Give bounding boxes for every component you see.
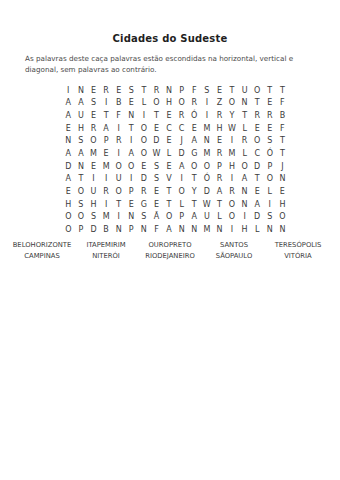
grid-cell: T <box>276 147 289 160</box>
grid-cell: Y <box>188 185 201 198</box>
grid-cell: N <box>264 223 277 236</box>
grid-cell: E <box>150 198 163 211</box>
grid-cell: E <box>188 122 201 135</box>
grid-cell: I <box>100 172 113 185</box>
grid-cell: U <box>112 172 125 185</box>
grid-cell: O <box>264 172 277 185</box>
grid-cell: U <box>87 185 100 198</box>
grid-cell: N <box>276 172 289 185</box>
grid-cell: N <box>276 223 289 236</box>
word-list-item: ITAPEMIRIM <box>74 241 138 249</box>
grid-cell: P <box>75 223 88 236</box>
grid-cell: O <box>62 210 75 223</box>
grid-cell: Ó <box>264 147 277 160</box>
grid-cell: O <box>238 160 251 173</box>
word-list-item: SANTOS <box>202 241 266 249</box>
grid-cell: T <box>125 122 138 135</box>
grid-cell: S <box>75 135 88 148</box>
grid-cell: I <box>62 84 75 97</box>
grid-cell: M <box>226 147 239 160</box>
grid-cell: R <box>100 185 113 198</box>
grid-cell: S <box>138 210 151 223</box>
grid-cell: D <box>251 160 264 173</box>
grid-cell: E <box>163 160 176 173</box>
word-list-item: BELOHORIZONTE <box>10 241 74 249</box>
grid-cell: O <box>163 210 176 223</box>
grid-cell: N <box>213 223 226 236</box>
grid-cell: H <box>62 198 75 211</box>
grid-cell: L <box>238 147 251 160</box>
grid-cell: M <box>201 147 214 160</box>
grid-cell: R <box>138 185 151 198</box>
grid-cell: W <box>226 122 239 135</box>
grid-cell: A <box>75 97 88 110</box>
grid-cell: P <box>175 84 188 97</box>
word-list-item: VITÓRIA <box>266 252 330 260</box>
grid-cell: A <box>62 97 75 110</box>
grid-cell: L <box>175 198 188 211</box>
grid-cell: W <box>150 147 163 160</box>
grid-cell: R <box>213 147 226 160</box>
grid-cell: O <box>138 135 151 148</box>
grid-cell: S <box>264 210 277 223</box>
grid-cell: W <box>201 198 214 211</box>
grid-cell: O <box>150 97 163 110</box>
grid-cell: D <box>251 210 264 223</box>
grid-cell: E <box>264 122 277 135</box>
grid-cell: O <box>75 210 88 223</box>
grid-cell: M <box>201 122 214 135</box>
grid-cell: Ã <box>150 210 163 223</box>
page-title: Cidades do Sudeste <box>0 0 340 44</box>
grid-cell: P <box>213 160 226 173</box>
grid-cell: H <box>213 122 226 135</box>
grid-cell: T <box>251 172 264 185</box>
grid-cell: I <box>201 97 214 110</box>
grid-cell: D <box>138 172 151 185</box>
grid-cell: D <box>175 147 188 160</box>
grid-cell: P <box>125 185 138 198</box>
grid-cell: S <box>201 84 214 97</box>
grid-cell: P <box>264 160 277 173</box>
grid-cell: T <box>163 198 176 211</box>
grid-cell: Ó <box>188 109 201 122</box>
grid-cell: O <box>112 185 125 198</box>
grid-cell: G <box>138 198 151 211</box>
grid-cell: D <box>62 160 75 173</box>
grid-cell: O <box>201 160 214 173</box>
grid-cell: Y <box>226 109 239 122</box>
grid-cell: R <box>238 135 251 148</box>
grid-cell: S <box>75 198 88 211</box>
grid-cell: T <box>188 198 201 211</box>
grid-cell: N <box>75 84 88 97</box>
grid-cell: M <box>87 147 100 160</box>
grid-cell: P <box>125 223 138 236</box>
grid-cell: A <box>62 172 75 185</box>
grid-cell: E <box>213 135 226 148</box>
grid-cell: R <box>100 84 113 97</box>
grid-cell: T <box>163 185 176 198</box>
grid-cell: V <box>163 172 176 185</box>
grid-cell: E <box>251 185 264 198</box>
grid-cell: I <box>138 109 151 122</box>
grid-cell: E <box>62 185 75 198</box>
grid-cell: R <box>213 172 226 185</box>
grid-cell: I <box>112 147 125 160</box>
grid-cell: T <box>100 109 113 122</box>
grid-cell: A <box>100 122 113 135</box>
grid-cell: R <box>251 109 264 122</box>
grid-cell: I <box>175 172 188 185</box>
word-list-item: TERESÓPOLIS <box>266 241 330 249</box>
grid-cell: T <box>276 135 289 148</box>
grid-cell: R <box>213 109 226 122</box>
grid-cell: B <box>100 223 113 236</box>
grid-cell: I <box>238 210 251 223</box>
grid-cell: A <box>238 172 251 185</box>
grid-cell: P <box>175 210 188 223</box>
word-list-item: RIODEJANEIRO <box>138 252 202 260</box>
grid-cell: A <box>188 135 201 148</box>
grid-cell: O <box>226 97 239 110</box>
grid-cell: E <box>87 160 100 173</box>
grid-cell: O <box>188 160 201 173</box>
grid-cell: I <box>125 135 138 148</box>
grid-cell: E <box>100 147 113 160</box>
grid-cell: E <box>62 122 75 135</box>
grid-cell: H <box>238 223 251 236</box>
grid-cell: L <box>264 185 277 198</box>
grid-cell: T <box>264 84 277 97</box>
grid-cell: I <box>112 122 125 135</box>
worksheet-page: Cidades do Sudeste As palavras deste caç… <box>0 0 340 480</box>
grid-cell: M <box>100 210 113 223</box>
grid-cell: E <box>264 97 277 110</box>
grid-cell: I <box>112 210 125 223</box>
grid-cell: N <box>188 223 201 236</box>
grid-cell: C <box>163 122 176 135</box>
grid-cell: E <box>163 109 176 122</box>
grid-cell: O <box>87 135 100 148</box>
grid-cell: D <box>87 223 100 236</box>
grid-cell: L <box>238 122 251 135</box>
word-list-item: OUROPRETO <box>138 241 202 249</box>
grid-cell: A <box>62 109 75 122</box>
grid-cell: O <box>175 185 188 198</box>
grid-cell: R <box>226 185 239 198</box>
grid-cell: A <box>251 198 264 211</box>
grid-cell: N <box>175 223 188 236</box>
grid-cell: S <box>150 172 163 185</box>
grid-cell: I <box>100 97 113 110</box>
grid-cell: A <box>125 147 138 160</box>
grid-cell: F <box>112 109 125 122</box>
grid-cell: S <box>125 84 138 97</box>
grid-cell: O <box>251 84 264 97</box>
grid-cell: U <box>201 210 214 223</box>
grid-cell: Z <box>213 97 226 110</box>
grid-cell: J <box>175 135 188 148</box>
grid-cell: C <box>175 122 188 135</box>
grid-cell: E <box>125 198 138 211</box>
grid-cell: A <box>62 147 75 160</box>
grid-cell: E <box>138 160 151 173</box>
grid-cell: N <box>163 84 176 97</box>
grid-cell: O <box>251 135 264 148</box>
grid-cell: I <box>87 172 100 185</box>
grid-cell: T <box>138 84 151 97</box>
grid-cell: N <box>125 210 138 223</box>
grid-cell: N <box>238 97 251 110</box>
grid-cell: O <box>125 160 138 173</box>
grid-cell: R <box>175 109 188 122</box>
grid-cell: R <box>264 109 277 122</box>
grid-cell: P <box>100 135 113 148</box>
grid-cell: O <box>138 147 151 160</box>
grid-cell: A <box>213 185 226 198</box>
grid-cell: R <box>150 84 163 97</box>
grid-cell: R <box>188 97 201 110</box>
grid-cell: R <box>112 135 125 148</box>
grid-cell: T <box>75 172 88 185</box>
grid-cell: F <box>188 84 201 97</box>
grid-cell: S <box>87 97 100 110</box>
grid-cell: E <box>251 122 264 135</box>
grid-cell: N <box>201 135 214 148</box>
grid-cell: A <box>75 147 88 160</box>
grid-cell: H <box>75 122 88 135</box>
grid-cell: N <box>62 135 75 148</box>
grid-cell: D <box>150 135 163 148</box>
grid-cell: N <box>75 160 88 173</box>
grid-cell: I <box>125 172 138 185</box>
grid-cell: E <box>87 84 100 97</box>
grid-cell: I <box>100 198 113 211</box>
grid-cell: H <box>276 198 289 211</box>
grid-cell: F <box>150 223 163 236</box>
word-list: BELOHORIZONTEITAPEMIRIMOUROPRETOSANTOSTE… <box>10 241 330 260</box>
grid-cell: B <box>276 109 289 122</box>
grid-cell: O <box>276 210 289 223</box>
grid-cell: H <box>163 97 176 110</box>
grid-cell: F <box>276 97 289 110</box>
grid-cell: E <box>112 84 125 97</box>
grid-cell: E <box>87 109 100 122</box>
grid-cell: O <box>175 97 188 110</box>
grid-cell: E <box>276 185 289 198</box>
instructions-text: As palavras deste caça palavras estão es… <box>25 54 315 76</box>
grid-cell: N <box>238 185 251 198</box>
grid-cell: O <box>75 185 88 198</box>
grid-cell: E <box>150 185 163 198</box>
grid-cell: O <box>226 198 239 211</box>
grid-cell: O <box>138 122 151 135</box>
word-list-item: CAMPINAS <box>10 252 74 260</box>
grid-cell: T <box>150 109 163 122</box>
grid-cell: O <box>226 210 239 223</box>
word-list-item: SÃOPAULO <box>202 252 266 260</box>
grid-cell: N <box>125 109 138 122</box>
grid-cell: M <box>100 160 113 173</box>
grid-cell: T <box>188 172 201 185</box>
grid-cell: H <box>87 198 100 211</box>
grid-cell: E <box>213 84 226 97</box>
word-search-grid: INERESTRNPFSETUOTTAASIBELOHORIZONTEFAUET… <box>62 84 289 236</box>
grid-cell: N <box>238 198 251 211</box>
grid-cell: T <box>251 97 264 110</box>
grid-cell: T <box>238 109 251 122</box>
grid-cell: A <box>188 210 201 223</box>
grid-cell: H <box>226 160 239 173</box>
grid-cell: T <box>276 84 289 97</box>
grid-cell: G <box>188 147 201 160</box>
grid-cell: T <box>226 84 239 97</box>
grid-cell: L <box>163 147 176 160</box>
grid-cell: U <box>75 109 88 122</box>
grid-cell: T <box>213 198 226 211</box>
grid-cell: L <box>138 97 151 110</box>
grid-cell: I <box>264 198 277 211</box>
grid-cell: A <box>175 160 188 173</box>
grid-cell: J <box>276 160 289 173</box>
grid-cell: I <box>226 223 239 236</box>
grid-cell: A <box>163 223 176 236</box>
grid-cell: L <box>251 223 264 236</box>
grid-cell: F <box>276 122 289 135</box>
grid-cell: T <box>112 198 125 211</box>
grid-cell: E <box>150 122 163 135</box>
grid-cell: N <box>112 223 125 236</box>
grid-cell: O <box>62 223 75 236</box>
grid-cell: B <box>112 97 125 110</box>
grid-cell: I <box>201 109 214 122</box>
grid-cell: M <box>201 223 214 236</box>
grid-cell: S <box>150 160 163 173</box>
grid-cell: E <box>163 135 176 148</box>
grid-cell: L <box>213 210 226 223</box>
grid-cell: R <box>87 122 100 135</box>
grid-cell: S <box>264 135 277 148</box>
grid-cell: D <box>201 185 214 198</box>
word-list-item: NITERÓI <box>74 252 138 260</box>
grid-cell: U <box>238 84 251 97</box>
grid-cell: I <box>226 172 239 185</box>
grid-cell: N <box>138 223 151 236</box>
grid-cell: I <box>226 135 239 148</box>
grid-cell: Ó <box>201 172 214 185</box>
grid-cell: S <box>87 210 100 223</box>
grid-cell: C <box>251 147 264 160</box>
grid-cell: O <box>112 160 125 173</box>
grid-cell: E <box>125 97 138 110</box>
